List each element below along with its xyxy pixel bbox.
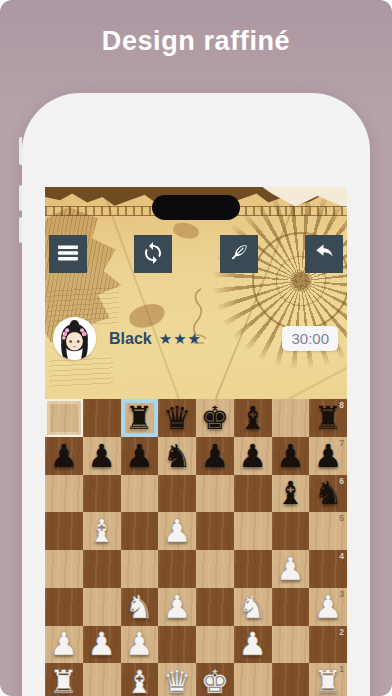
rank-label: 7 — [339, 438, 344, 448]
square-c7[interactable]: ♟ — [121, 437, 159, 475]
rank-label: 6 — [339, 476, 344, 486]
piece-white-P: ♟ — [158, 512, 196, 550]
piece-black-P: ♟ — [45, 437, 83, 475]
square-h1[interactable]: ♜1 — [309, 663, 347, 696]
piece-black-N: ♞ — [158, 437, 196, 475]
piece-white-R: ♜ — [45, 663, 83, 696]
square-a5[interactable] — [45, 512, 83, 550]
square-b6[interactable] — [83, 475, 121, 513]
square-b3[interactable] — [83, 588, 121, 626]
square-g2[interactable] — [272, 626, 310, 664]
square-e3[interactable] — [196, 588, 234, 626]
piece-black-B: ♝ — [272, 475, 310, 513]
sync-icon — [141, 241, 165, 268]
square-e5[interactable] — [196, 512, 234, 550]
square-h6[interactable]: ♞6 — [309, 475, 347, 513]
page-title: Design raffiné — [0, 26, 392, 57]
chess-board: ♜♛♚♝♜8♟♟♟♞♟♟♟♟7♝♞6♝♟5♟4♞♟♞♟3♟♟♟♟2♜♝♛♚♜1 — [45, 399, 347, 696]
square-f3[interactable]: ♞ — [234, 588, 272, 626]
square-b4[interactable] — [83, 550, 121, 588]
square-f5[interactable] — [234, 512, 272, 550]
square-e8[interactable]: ♚ — [196, 399, 234, 437]
piece-black-B: ♝ — [234, 399, 272, 437]
game-clock: 30:00 — [282, 326, 338, 351]
feather-icon — [228, 242, 250, 267]
flip-restart-button[interactable] — [134, 235, 172, 273]
square-e6[interactable] — [196, 475, 234, 513]
square-c3[interactable]: ♞ — [121, 588, 159, 626]
undo-arrow-icon — [312, 241, 336, 268]
player-name: Black — [109, 330, 152, 348]
menu-button[interactable] — [49, 235, 87, 273]
square-d2[interactable] — [158, 626, 196, 664]
volume-up-button — [19, 185, 22, 211]
square-g5[interactable] — [272, 512, 310, 550]
player-info-row: Black ★★★ 30:00 — [53, 317, 338, 360]
rank-label: 4 — [339, 551, 344, 561]
piece-white-P: ♟ — [83, 626, 121, 664]
square-h2[interactable]: 2 — [309, 626, 347, 664]
square-a4[interactable] — [45, 550, 83, 588]
square-h5[interactable]: 5 — [309, 512, 347, 550]
phone-frame: Black ★★★ 30:00 ♜♛♚♝♜8♟♟♟♞♟♟♟♟7♝♞6♝♟5♟4♞… — [22, 93, 370, 696]
dynamic-island — [152, 195, 240, 220]
square-c8[interactable]: ♜ — [121, 399, 159, 437]
player-avatar — [53, 317, 96, 360]
piece-white-Q: ♛ — [158, 663, 196, 696]
rank-label: 5 — [339, 513, 344, 523]
rank-label: 1 — [339, 664, 344, 674]
square-g4[interactable]: ♟ — [272, 550, 310, 588]
rank-label: 8 — [339, 400, 344, 410]
mute-switch — [19, 137, 22, 165]
square-d8[interactable]: ♛ — [158, 399, 196, 437]
piece-white-P: ♟ — [158, 588, 196, 626]
square-b7[interactable]: ♟ — [83, 437, 121, 475]
square-d3[interactable]: ♟ — [158, 588, 196, 626]
square-f6[interactable] — [234, 475, 272, 513]
square-f4[interactable] — [234, 550, 272, 588]
square-d1[interactable]: ♛ — [158, 663, 196, 696]
square-e7[interactable]: ♟ — [196, 437, 234, 475]
square-a7[interactable]: ♟ — [45, 437, 83, 475]
square-g6[interactable]: ♝ — [272, 475, 310, 513]
square-e1[interactable]: ♚ — [196, 663, 234, 696]
square-g7[interactable]: ♟ — [272, 437, 310, 475]
piece-white-P: ♟ — [121, 626, 159, 664]
square-f7[interactable]: ♟ — [234, 437, 272, 475]
square-b2[interactable]: ♟ — [83, 626, 121, 664]
piece-white-K: ♚ — [196, 663, 234, 696]
piece-black-R: ♜ — [121, 399, 159, 437]
square-c6[interactable] — [121, 475, 159, 513]
piece-black-Q: ♛ — [158, 399, 196, 437]
piece-white-P: ♟ — [234, 626, 272, 664]
piece-white-P: ♟ — [272, 550, 310, 588]
annotate-button[interactable] — [220, 235, 258, 273]
piece-black-P: ♟ — [196, 437, 234, 475]
rank-label: 2 — [339, 627, 344, 637]
square-d5[interactable]: ♟ — [158, 512, 196, 550]
square-f1[interactable] — [234, 663, 272, 696]
square-g8[interactable] — [272, 399, 310, 437]
rank-label: 3 — [339, 589, 344, 599]
square-h7[interactable]: ♟7 — [309, 437, 347, 475]
app-screen: Black ★★★ 30:00 ♜♛♚♝♜8♟♟♟♞♟♟♟♟7♝♞6♝♟5♟4♞… — [45, 187, 347, 696]
piece-white-B: ♝ — [121, 663, 159, 696]
toolbar — [49, 235, 343, 273]
square-h4[interactable]: 4 — [309, 550, 347, 588]
square-f8[interactable]: ♝ — [234, 399, 272, 437]
piece-white-N: ♞ — [121, 588, 159, 626]
square-a2[interactable]: ♟ — [45, 626, 83, 664]
square-d4[interactable] — [158, 550, 196, 588]
square-d6[interactable] — [158, 475, 196, 513]
square-e2[interactable] — [196, 626, 234, 664]
square-b8[interactable] — [83, 399, 121, 437]
piece-black-P: ♟ — [272, 437, 310, 475]
square-h8[interactable]: ♜8 — [309, 399, 347, 437]
square-c2[interactable]: ♟ — [121, 626, 159, 664]
app-store-screenshot: Design raffiné — [0, 0, 392, 696]
piece-black-P: ♟ — [234, 437, 272, 475]
piece-black-K: ♚ — [196, 399, 234, 437]
piece-white-B: ♝ — [83, 512, 121, 550]
square-e4[interactable] — [196, 550, 234, 588]
undo-button[interactable] — [305, 235, 343, 273]
square-h3[interactable]: ♟3 — [309, 588, 347, 626]
square-f2[interactable]: ♟ — [234, 626, 272, 664]
square-a6[interactable] — [45, 475, 83, 513]
square-a3[interactable] — [45, 588, 83, 626]
player-rating-stars: ★★★ — [159, 330, 202, 348]
piece-white-P: ♟ — [45, 626, 83, 664]
square-a1[interactable]: ♜ — [45, 663, 83, 696]
square-a8[interactable] — [45, 399, 83, 437]
square-c1[interactable]: ♝ — [121, 663, 159, 696]
square-c5[interactable] — [121, 512, 159, 550]
piece-black-P: ♟ — [121, 437, 159, 475]
square-b1[interactable] — [83, 663, 121, 696]
piece-black-P: ♟ — [83, 437, 121, 475]
square-g3[interactable] — [272, 588, 310, 626]
piece-white-N: ♞ — [234, 588, 272, 626]
square-d7[interactable]: ♞ — [158, 437, 196, 475]
hamburger-icon — [57, 244, 79, 265]
square-b5[interactable]: ♝ — [83, 512, 121, 550]
square-g1[interactable] — [272, 663, 310, 696]
volume-down-button — [19, 217, 22, 243]
square-c4[interactable] — [121, 550, 159, 588]
